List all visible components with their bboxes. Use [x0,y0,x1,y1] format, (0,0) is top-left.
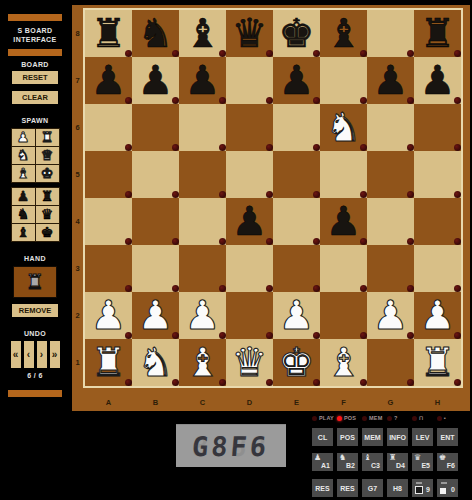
file-labels: ABCDEFGH [85,393,461,411]
white-knight-f6: ♞ [326,104,362,151]
square-h8[interactable]: ♜ [414,10,461,57]
spawn-black-queen[interactable]: ♛ [36,206,59,223]
black-rook-icon: ♜ [41,188,54,205]
key-pos[interactable]: POS [337,428,358,446]
undo-back-button[interactable]: ‹ [24,341,34,368]
white-bishop-icon: ♝ [17,165,30,182]
chess-computer-app: S BOARD INTERFACE BOARD RESET CLEAR SPAW… [0,0,472,500]
white-queen-icon: ♛ [41,147,54,164]
key-d4-rook[interactable]: ♜D4 [387,453,408,471]
square-f2[interactable] [320,292,367,339]
dash-icon [416,482,422,484]
black-bishop-f8: ♝ [326,10,362,57]
key-label-e5: E5 [421,462,430,469]
square-a5[interactable] [85,151,132,198]
white-knight-b1: ♞ [138,339,174,386]
black-pawn-e7: ♟ [279,57,315,104]
square-f6[interactable]: ♞ [320,104,367,151]
square-f8[interactable]: ♝ [320,10,367,57]
spawn-black-rook[interactable]: ♜ [36,188,59,205]
key-mem[interactable]: MEM [362,428,383,446]
square-b4[interactable] [132,198,179,245]
white-knight-icon: ♞ [17,147,30,164]
spawn-black-king[interactable]: ♚ [36,224,59,241]
square-a3[interactable] [85,245,132,292]
white-rook-h1: ♜ [420,339,456,386]
key-label-f6: F6 [447,462,455,469]
rank-label-2: 2 [72,292,83,339]
black-pawn-a7: ♟ [91,57,127,104]
spawn-white-pawn[interactable]: ♟ [12,129,35,146]
square-a6[interactable] [85,104,132,151]
black-bishop-icon: ♝ [17,224,30,241]
square-e4[interactable] [273,198,320,245]
lcd-display: 8888 G8F6 [176,424,286,467]
square-d4[interactable]: ♟ [226,198,273,245]
hand-piece-black-rook: ♜ [26,267,45,297]
led-group-5: ⊓ [412,415,437,421]
white-square-icon [440,488,446,494]
white-king-e1: ♚ [279,339,315,386]
white-queen-d1: ♛ [232,339,268,386]
white-pawn-h2: ♟ [420,292,456,339]
white-bishop-f1: ♝ [326,339,362,386]
square-e7[interactable]: ♟ [273,57,320,104]
rank-label-7: 7 [72,57,83,104]
white-pawn-b2: ♟ [138,292,174,339]
black-pawn-f4: ♟ [326,198,362,245]
white-pawn-e2: ♟ [279,292,315,339]
key-g7-2[interactable]: G7 [362,479,383,497]
queen-icon: ♛ [414,453,421,463]
square-c8[interactable]: ♝ [179,10,226,57]
rank-label-5: 5 [72,151,83,198]
led-group-1: PLAY [312,415,337,421]
lcd-ghost-segments: 8888 [191,431,271,462]
square-f1[interactable]: ♝ [320,339,367,386]
rank-label-6: 6 [72,104,83,151]
square-h1[interactable]: ♜ [414,339,461,386]
undo-section-label: UNDO [24,330,46,337]
key-e5-queen[interactable]: ♛E5 [412,453,433,471]
square-a2[interactable]: ♟ [85,292,132,339]
square-d1[interactable]: ♛ [226,339,273,386]
key-res-1[interactable]: RES [337,479,358,497]
file-label-b: B [132,393,179,411]
black-king-icon: ♚ [41,224,54,241]
square-d2[interactable] [226,292,273,339]
square-e5[interactable] [273,151,320,198]
spawn-white-king[interactable]: ♚ [36,165,59,182]
square-f5[interactable] [320,151,367,198]
key-0-white-square-5[interactable]: 0 [437,479,458,497]
led-group-4: ? [387,415,412,421]
led-label-3: MEM [369,415,382,421]
key-9-black-square-4[interactable]: 9 [412,479,433,497]
square-c3[interactable] [179,245,226,292]
led-label-2: POS [344,415,356,421]
clear-button[interactable]: CLEAR [12,91,58,104]
lcd-move-text: 8888 G8F6 [191,431,271,462]
app-title: S BOARD INTERFACE [13,26,56,44]
square-f3[interactable] [320,245,367,292]
square-b1[interactable]: ♞ [132,339,179,386]
white-pawn-c2: ♟ [185,292,221,339]
led-label-6: ▪ [444,415,446,421]
square-a4[interactable] [85,198,132,245]
square-h4[interactable] [414,198,461,245]
white-king-icon: ♚ [41,165,54,182]
square-b7[interactable]: ♟ [132,57,179,104]
white-rook-a1: ♜ [91,339,127,386]
file-label-g: G [367,393,414,411]
square-d5[interactable] [226,151,273,198]
dash-icon [441,482,447,484]
square-d6[interactable] [226,104,273,151]
square-b8[interactable]: ♞ [132,10,179,57]
square-g2[interactable]: ♟ [367,292,414,339]
black-knight-icon: ♞ [17,206,30,223]
king-icon: ♚ [439,453,446,463]
square-c1[interactable]: ♝ [179,339,226,386]
file-label-f: F [320,393,367,411]
key-label-d4: D4 [396,462,405,469]
spawn-section-label: SPAWN [21,117,48,124]
keypad: PLAYPOSMEM?⊓▪ CLPOSMEMINFOLEVENT ♟A1♞B2♝… [306,412,470,497]
black-pawn-g7: ♟ [373,57,409,104]
square-c7[interactable]: ♟ [179,57,226,104]
led-label-5: ⊓ [419,415,424,421]
square-h5[interactable] [414,151,461,198]
file-label-e: E [273,393,320,411]
black-king-e8: ♚ [279,10,315,57]
square-d8[interactable]: ♛ [226,10,273,57]
undo-forward-button[interactable]: › [37,341,47,368]
key-c3-bishop[interactable]: ♝C3 [362,453,383,471]
file-label-c: C [179,393,226,411]
undo-last-button[interactable]: » [50,341,60,368]
black-pawn-c7: ♟ [185,57,221,104]
undo-first-button[interactable]: « [11,341,21,368]
spawn-white-queen[interactable]: ♛ [36,147,59,164]
accent-bar-title [8,49,62,56]
key-label-9: 9 [426,486,430,493]
square-g1[interactable] [367,339,414,386]
square-g7[interactable]: ♟ [367,57,414,104]
square-d7[interactable] [226,57,273,104]
file-label-d: D [226,393,273,411]
square-g5[interactable] [367,151,414,198]
square-e8[interactable]: ♚ [273,10,320,57]
spawn-palette-white: ♟♜♞♛♝♚ [11,128,60,183]
square-e3[interactable] [273,245,320,292]
undo-controls: «‹›» [11,341,60,368]
black-queen-d8: ♛ [232,10,268,57]
black-square-icon [415,486,423,494]
app-title-line1: S BOARD [13,26,56,35]
spawn-black-knight[interactable]: ♞ [12,206,35,223]
rank-label-1: 1 [72,339,83,386]
led-play-off [312,416,317,421]
rank-label-8: 8 [72,10,83,57]
black-queen-icon: ♛ [41,206,54,223]
keypad-row-functions: CLPOSMEMINFOLEVENT [312,428,470,446]
key-res-0[interactable]: RES [312,479,333,497]
square-g6[interactable] [367,104,414,151]
led-▪-off [437,416,442,421]
rank-label-3: 3 [72,245,83,292]
board-squares: ♜♞♝♛♚♝♜♟♟♟♟♟♟♞♟♟♟♟♟♟♟♟♜♞♝♛♚♝♜ [85,10,461,386]
square-c5[interactable] [179,151,226,198]
black-pawn-h7: ♟ [420,57,456,104]
accent-bar-bottom [8,390,62,397]
keypad-row-squares-a1-f6: ♟A1♞B2♝C3♜D4♛E5♚F6 [312,453,470,471]
square-c2[interactable]: ♟ [179,292,226,339]
square-g8[interactable] [367,10,414,57]
square-h2[interactable]: ♟ [414,292,461,339]
key-info[interactable]: INFO [387,428,408,446]
spawn-white-bishop[interactable]: ♝ [12,165,35,182]
key-lev[interactable]: LEV [412,428,433,446]
square-h6[interactable] [414,104,461,151]
square-e2[interactable]: ♟ [273,292,320,339]
led-pos-on [337,416,342,421]
square-a8[interactable]: ♜ [85,10,132,57]
white-pawn-g2: ♟ [373,292,409,339]
white-bishop-c1: ♝ [185,339,221,386]
square-f4[interactable]: ♟ [320,198,367,245]
file-label-h: H [414,393,461,411]
square-h7[interactable]: ♟ [414,57,461,104]
square-h3[interactable] [414,245,461,292]
key-f6-king[interactable]: ♚F6 [437,453,458,471]
square-g4[interactable] [367,198,414,245]
chess-board: ♜♞♝♛♚♝♜♟♟♟♟♟♟♞♟♟♟♟♟♟♟♟♜♞♝♛♚♝♜ [83,8,463,388]
key-cl[interactable]: CL [312,428,333,446]
white-pawn-a2: ♟ [91,292,127,339]
square-c6[interactable] [179,104,226,151]
square-a1[interactable]: ♜ [85,339,132,386]
square-b3[interactable] [132,245,179,292]
black-knight-b8: ♞ [138,10,174,57]
led-group-6: ▪ [437,415,462,421]
key-ent[interactable]: ENT [437,428,458,446]
led-group-2: POS [337,415,362,421]
square-f7[interactable] [320,57,367,104]
remove-button[interactable]: REMOVE [12,304,58,317]
led-label-4: ? [394,415,398,421]
square-b2[interactable]: ♟ [132,292,179,339]
spawn-white-rook[interactable]: ♜ [36,129,59,146]
reset-button[interactable]: RESET [12,71,58,84]
led-label-1: PLAY [319,415,334,421]
spawn-white-knight[interactable]: ♞ [12,147,35,164]
rank-label-4: 4 [72,198,83,245]
key-h8-3[interactable]: H8 [387,479,408,497]
square-d3[interactable] [226,245,273,292]
app-title-line2: INTERFACE [13,35,56,44]
black-rook-h8: ♜ [420,10,456,57]
board-frame: 87654321 ♜♞♝♛♚♝♜♟♟♟♟♟♟♞♟♟♟♟♟♟♟♟♜♞♝♛♚♝♜ A… [72,5,470,411]
rank-labels: 87654321 [72,10,83,386]
led-group-3: MEM [362,415,387,421]
board-section-label: BOARD [21,61,49,68]
spawn-palette-black: ♟♜♞♛♝♚ [11,187,60,242]
led-mem-off [362,416,367,421]
led-?-off [387,416,392,421]
black-pawn-d4: ♟ [232,198,268,245]
square-b5[interactable] [132,151,179,198]
key-label-a1: A1 [321,462,330,469]
white-rook-icon: ♜ [41,129,54,146]
spawn-black-pawn[interactable]: ♟ [12,188,35,205]
key-label-b2: B2 [346,462,355,469]
keypad-row-bottom: RESRESG7H890 [312,479,470,497]
square-e1[interactable]: ♚ [273,339,320,386]
key-label-c3: C3 [371,462,380,469]
square-e6[interactable] [273,104,320,151]
black-pawn-icon: ♟ [17,188,30,205]
key-label-0: 0 [451,486,455,493]
black-pawn-b7: ♟ [138,57,174,104]
sidebar: S BOARD INTERFACE BOARD RESET CLEAR SPAW… [0,0,70,500]
square-c4[interactable] [179,198,226,245]
key-b2-knight[interactable]: ♞B2 [337,453,358,471]
square-a7[interactable]: ♟ [85,57,132,104]
hand-slot[interactable]: ♜ [13,266,57,298]
file-label-a: A [85,393,132,411]
black-bishop-c8: ♝ [185,10,221,57]
hand-section-label: HAND [24,255,46,262]
undo-counter: 6 / 6 [27,372,43,379]
spawn-black-bishop[interactable]: ♝ [12,224,35,241]
accent-bar-top [8,14,62,21]
led-⊓-off [412,416,417,421]
white-pawn-icon: ♟ [17,129,30,146]
square-b6[interactable] [132,104,179,151]
black-rook-a8: ♜ [91,10,127,57]
key-a1-pawn[interactable]: ♟A1 [312,453,333,471]
led-row: PLAYPOSMEM?⊓▪ [312,415,470,421]
square-g3[interactable] [367,245,414,292]
